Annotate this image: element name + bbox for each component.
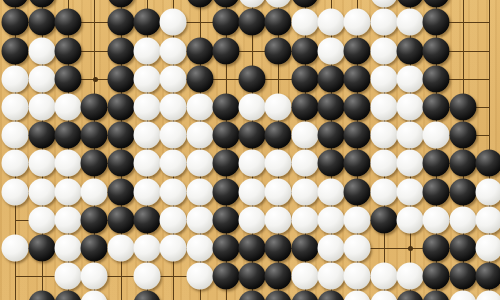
- white-stone[interactable]: [475, 206, 500, 233]
- white-stone[interactable]: [475, 234, 500, 261]
- black-stone[interactable]: [265, 9, 292, 36]
- white-stone[interactable]: [423, 122, 450, 149]
- black-stone[interactable]: [423, 37, 450, 64]
- black-stone[interactable]: [81, 150, 108, 177]
- white-stone[interactable]: [291, 178, 318, 205]
- white-stone[interactable]: [291, 150, 318, 177]
- black-stone[interactable]: [2, 37, 29, 64]
- black-stone[interactable]: [449, 93, 476, 120]
- white-stone[interactable]: [396, 206, 423, 233]
- black-stone[interactable]: [318, 122, 345, 149]
- white-stone[interactable]: [81, 178, 108, 205]
- white-stone[interactable]: [396, 65, 423, 92]
- black-stone[interactable]: [291, 65, 318, 92]
- white-stone[interactable]: [2, 65, 29, 92]
- white-stone[interactable]: [318, 178, 345, 205]
- black-stone[interactable]: [265, 122, 292, 149]
- black-stone[interactable]: [423, 234, 450, 261]
- black-stone[interactable]: [239, 9, 266, 36]
- black-stone[interactable]: [475, 150, 500, 177]
- black-stone[interactable]: [107, 178, 134, 205]
- black-stone[interactable]: [318, 150, 345, 177]
- white-stone[interactable]: [186, 122, 213, 149]
- black-stone[interactable]: [344, 37, 371, 64]
- black-stone[interactable]: [212, 150, 239, 177]
- black-stone[interactable]: [449, 178, 476, 205]
- white-stone[interactable]: [160, 122, 187, 149]
- white-stone[interactable]: [81, 291, 108, 300]
- black-stone[interactable]: [212, 234, 239, 261]
- black-stone[interactable]: [186, 37, 213, 64]
- black-stone[interactable]: [423, 9, 450, 36]
- white-stone[interactable]: [370, 122, 397, 149]
- black-stone[interactable]: [133, 9, 160, 36]
- white-stone[interactable]: [2, 93, 29, 120]
- black-stone[interactable]: [291, 93, 318, 120]
- black-stone[interactable]: [212, 178, 239, 205]
- black-stone[interactable]: [107, 37, 134, 64]
- black-stone[interactable]: [475, 263, 500, 290]
- white-stone[interactable]: [133, 122, 160, 149]
- black-stone[interactable]: [55, 65, 82, 92]
- white-stone[interactable]: [133, 150, 160, 177]
- black-stone[interactable]: [239, 122, 266, 149]
- white-stone[interactable]: [160, 206, 187, 233]
- black-stone[interactable]: [396, 37, 423, 64]
- black-stone[interactable]: [291, 37, 318, 64]
- white-stone[interactable]: [370, 0, 397, 8]
- black-stone[interactable]: [344, 93, 371, 120]
- black-stone[interactable]: [291, 291, 318, 300]
- black-stone[interactable]: [265, 37, 292, 64]
- white-stone[interactable]: [318, 9, 345, 36]
- white-stone[interactable]: [160, 234, 187, 261]
- white-stone[interactable]: [2, 150, 29, 177]
- black-stone[interactable]: [291, 0, 318, 8]
- white-stone[interactable]: [396, 263, 423, 290]
- white-stone[interactable]: [160, 37, 187, 64]
- black-stone[interactable]: [423, 291, 450, 300]
- white-stone[interactable]: [160, 65, 187, 92]
- white-stone[interactable]: [186, 234, 213, 261]
- white-stone[interactable]: [265, 150, 292, 177]
- black-stone[interactable]: [344, 178, 371, 205]
- white-stone[interactable]: [55, 263, 82, 290]
- star-point: [93, 77, 98, 82]
- black-stone[interactable]: [186, 65, 213, 92]
- white-stone[interactable]: [344, 206, 371, 233]
- black-stone[interactable]: [423, 65, 450, 92]
- black-stone[interactable]: [212, 9, 239, 36]
- black-stone[interactable]: [212, 93, 239, 120]
- white-stone[interactable]: [370, 93, 397, 120]
- black-stone[interactable]: [55, 122, 82, 149]
- black-stone[interactable]: [423, 178, 450, 205]
- white-stone[interactable]: [239, 0, 266, 8]
- black-stone[interactable]: [449, 122, 476, 149]
- black-stone[interactable]: [344, 122, 371, 149]
- white-stone[interactable]: [396, 93, 423, 120]
- white-stone[interactable]: [239, 178, 266, 205]
- white-stone[interactable]: [133, 178, 160, 205]
- white-stone[interactable]: [344, 234, 371, 261]
- black-stone[interactable]: [212, 37, 239, 64]
- white-stone[interactable]: [2, 122, 29, 149]
- white-stone[interactable]: [475, 291, 500, 300]
- white-stone[interactable]: [291, 206, 318, 233]
- black-stone[interactable]: [344, 150, 371, 177]
- black-stone[interactable]: [449, 263, 476, 290]
- white-stone[interactable]: [370, 9, 397, 36]
- black-stone[interactable]: [81, 122, 108, 149]
- white-stone[interactable]: [370, 65, 397, 92]
- black-stone[interactable]: [81, 206, 108, 233]
- white-stone[interactable]: [160, 150, 187, 177]
- black-stone[interactable]: [423, 0, 450, 8]
- black-stone[interactable]: [107, 0, 134, 8]
- black-stone[interactable]: [55, 37, 82, 64]
- white-stone[interactable]: [239, 93, 266, 120]
- white-stone[interactable]: [370, 291, 397, 300]
- black-stone[interactable]: [107, 93, 134, 120]
- white-stone[interactable]: [2, 234, 29, 261]
- go-board[interactable]: [0, 0, 500, 300]
- white-stone[interactable]: [396, 122, 423, 149]
- white-stone[interactable]: [133, 234, 160, 261]
- black-stone[interactable]: [28, 234, 55, 261]
- black-stone[interactable]: [344, 65, 371, 92]
- black-stone[interactable]: [265, 263, 292, 290]
- white-stone[interactable]: [28, 93, 55, 120]
- white-stone[interactable]: [318, 37, 345, 64]
- white-stone[interactable]: [133, 93, 160, 120]
- black-stone[interactable]: [55, 291, 82, 300]
- white-stone[interactable]: [28, 150, 55, 177]
- black-stone[interactable]: [265, 234, 292, 261]
- black-stone[interactable]: [28, 291, 55, 300]
- black-stone[interactable]: [396, 0, 423, 8]
- black-stone[interactable]: [318, 65, 345, 92]
- black-stone[interactable]: [239, 65, 266, 92]
- white-stone[interactable]: [81, 263, 108, 290]
- white-stone[interactable]: [55, 93, 82, 120]
- star-point: [408, 246, 413, 251]
- black-stone[interactable]: [107, 65, 134, 92]
- white-stone[interactable]: [265, 0, 292, 8]
- white-stone[interactable]: [370, 178, 397, 205]
- black-stone[interactable]: [2, 0, 29, 8]
- white-stone[interactable]: [239, 206, 266, 233]
- black-stone[interactable]: [423, 93, 450, 120]
- white-stone[interactable]: [186, 93, 213, 120]
- black-stone[interactable]: [28, 122, 55, 149]
- black-stone[interactable]: [107, 9, 134, 36]
- white-stone[interactable]: [265, 93, 292, 120]
- black-stone[interactable]: [212, 263, 239, 290]
- white-stone[interactable]: [344, 9, 371, 36]
- white-stone[interactable]: [291, 122, 318, 149]
- white-stone[interactable]: [28, 206, 55, 233]
- black-stone[interactable]: [239, 234, 266, 261]
- white-stone[interactable]: [265, 178, 292, 205]
- black-stone[interactable]: [449, 234, 476, 261]
- white-stone[interactable]: [370, 263, 397, 290]
- black-stone[interactable]: [212, 122, 239, 149]
- white-stone[interactable]: [318, 263, 345, 290]
- white-stone[interactable]: [160, 178, 187, 205]
- white-stone[interactable]: [186, 178, 213, 205]
- black-stone[interactable]: [107, 122, 134, 149]
- black-stone[interactable]: [2, 9, 29, 36]
- black-stone[interactable]: [318, 93, 345, 120]
- black-stone[interactable]: [370, 206, 397, 233]
- white-stone[interactable]: [344, 263, 371, 290]
- white-stone[interactable]: [291, 9, 318, 36]
- white-stone[interactable]: [186, 206, 213, 233]
- black-stone[interactable]: [55, 9, 82, 36]
- white-stone[interactable]: [55, 234, 82, 261]
- black-stone[interactable]: [212, 206, 239, 233]
- go-app-viewport: [0, 0, 500, 300]
- white-stone[interactable]: [449, 291, 476, 300]
- black-stone[interactable]: [239, 263, 266, 290]
- black-stone[interactable]: [423, 150, 450, 177]
- white-stone[interactable]: [318, 206, 345, 233]
- white-stone[interactable]: [344, 291, 371, 300]
- white-stone[interactable]: [55, 206, 82, 233]
- white-stone[interactable]: [265, 206, 292, 233]
- black-stone[interactable]: [186, 0, 213, 8]
- white-stone[interactable]: [133, 65, 160, 92]
- black-stone[interactable]: [265, 291, 292, 300]
- white-stone[interactable]: [475, 178, 500, 205]
- black-stone[interactable]: [212, 0, 239, 8]
- black-stone[interactable]: [133, 291, 160, 300]
- white-stone[interactable]: [186, 263, 213, 290]
- black-stone[interactable]: [449, 150, 476, 177]
- black-stone[interactable]: [81, 93, 108, 120]
- white-stone[interactable]: [370, 37, 397, 64]
- black-stone[interactable]: [28, 9, 55, 36]
- black-stone[interactable]: [133, 206, 160, 233]
- white-stone[interactable]: [370, 150, 397, 177]
- white-stone[interactable]: [396, 150, 423, 177]
- white-stone[interactable]: [396, 178, 423, 205]
- white-stone[interactable]: [423, 206, 450, 233]
- white-stone[interactable]: [318, 234, 345, 261]
- white-stone[interactable]: [160, 9, 187, 36]
- white-stone[interactable]: [160, 93, 187, 120]
- white-stone[interactable]: [133, 263, 160, 290]
- white-stone[interactable]: [396, 9, 423, 36]
- white-stone[interactable]: [55, 150, 82, 177]
- black-stone[interactable]: [318, 291, 345, 300]
- white-stone[interactable]: [55, 178, 82, 205]
- white-stone[interactable]: [107, 234, 134, 261]
- black-stone[interactable]: [396, 291, 423, 300]
- black-stone[interactable]: [239, 291, 266, 300]
- black-stone[interactable]: [291, 234, 318, 261]
- black-stone[interactable]: [107, 206, 134, 233]
- white-stone[interactable]: [28, 65, 55, 92]
- white-stone[interactable]: [2, 178, 29, 205]
- white-stone[interactable]: [291, 263, 318, 290]
- black-stone[interactable]: [81, 234, 108, 261]
- white-stone[interactable]: [28, 37, 55, 64]
- black-stone[interactable]: [423, 263, 450, 290]
- black-stone[interactable]: [28, 0, 55, 8]
- white-stone[interactable]: [133, 37, 160, 64]
- white-stone[interactable]: [186, 150, 213, 177]
- white-stone[interactable]: [28, 178, 55, 205]
- white-stone[interactable]: [239, 150, 266, 177]
- white-stone[interactable]: [449, 206, 476, 233]
- black-stone[interactable]: [107, 150, 134, 177]
